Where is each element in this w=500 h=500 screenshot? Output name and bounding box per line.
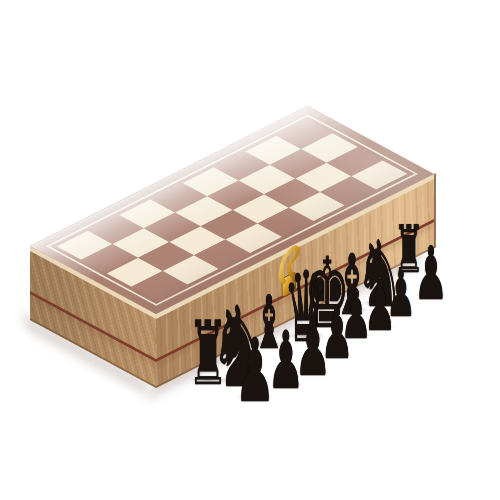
chess-set-product-photo: ♜♞♟♟♝♟♟♛♚♝♞♜♟♟♟♟ <box>0 0 500 500</box>
chess-piece-pawn: ♟ <box>414 236 448 310</box>
chess-piece-pawn: ♟ <box>234 327 275 415</box>
chess-pieces-group: ♜♞♟♟♝♟♟♛♚♝♞♜♟♟♟♟ <box>0 0 500 500</box>
